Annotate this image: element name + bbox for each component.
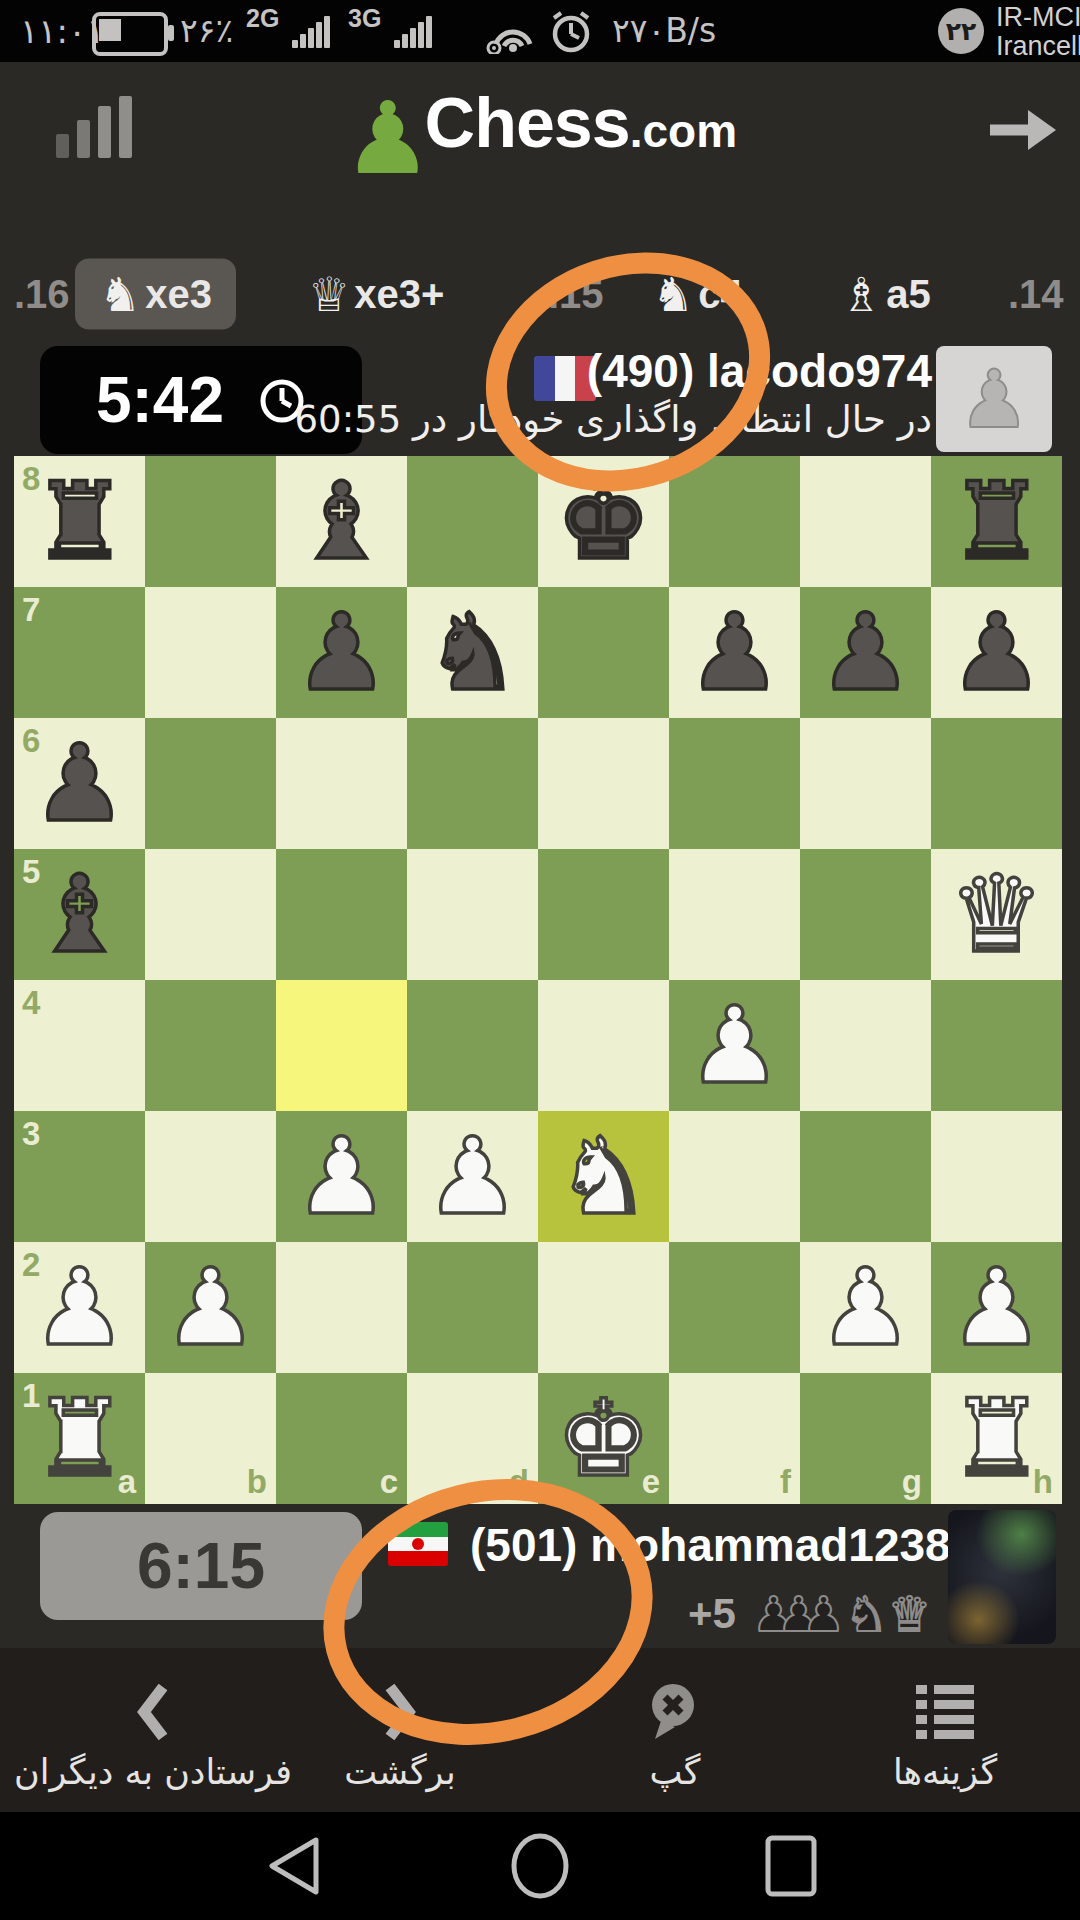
piece-glyph: ♞ [99, 267, 141, 322]
player-clock: 6:15 [40, 1512, 362, 1620]
square-h7[interactable]: ♟ [931, 587, 1062, 718]
rank-label-5: 5 [22, 853, 40, 891]
square-a1[interactable]: 1a♜ [14, 1373, 145, 1504]
square-f1[interactable]: f [669, 1373, 800, 1504]
black-bishop[interactable]: ♝ [32, 849, 127, 980]
opponent-avatar[interactable]: ♟ [936, 346, 1052, 452]
square-h8[interactable]: ♜ [931, 456, 1062, 587]
square-b7[interactable] [145, 587, 276, 718]
square-b5[interactable] [145, 849, 276, 980]
move-text: a5 [886, 272, 931, 317]
network-3g-label: 3G [348, 4, 381, 33]
bottom-nav: فرستادن به دیگران برگشت گپ [0, 1648, 1080, 1812]
signal-bars-3g-icon [394, 16, 432, 48]
rank-label-1: 1 [22, 1377, 40, 1415]
square-d8[interactable] [407, 456, 538, 587]
nav-share-button[interactable]: فرستادن به دیگران [28, 1648, 278, 1812]
material-advantage: +5 [688, 1590, 736, 1638]
nav-options-button[interactable]: گزینه‌ها [845, 1648, 1045, 1812]
square-f7[interactable]: ♟ [669, 587, 800, 718]
square-h5[interactable]: ♛ [931, 849, 1062, 980]
file-label-g: g [902, 1463, 922, 1501]
chesscom-logo: ♟Chess.com [0, 80, 1080, 197]
white-king[interactable]: ♚ [556, 1373, 651, 1504]
file-label-a: a [118, 1463, 136, 1501]
black-pawn[interactable]: ♟ [294, 587, 389, 718]
square-f2[interactable] [669, 1242, 800, 1373]
player-clock-time: 6:15 [137, 1529, 265, 1603]
logo-text: Chess [425, 84, 630, 162]
nav-chat-label: گپ [649, 1752, 700, 1792]
move-number-14: .14 [1008, 272, 1064, 317]
white-pawn[interactable]: ♟ [425, 1111, 520, 1242]
android-home-icon [514, 1836, 566, 1896]
signal-bars-2g-icon [292, 16, 330, 48]
captured-pieces: ♟♟♟♞♛ [752, 1586, 931, 1642]
square-c6[interactable] [276, 718, 407, 849]
square-e8[interactable]: ♚ [538, 456, 669, 587]
square-a6[interactable]: 6♟ [14, 718, 145, 849]
carrier-label: IR-MCI Irancell [996, 3, 1080, 61]
square-g8[interactable] [800, 456, 931, 587]
square-c7[interactable]: ♟ [276, 587, 407, 718]
forward-arrow-icon[interactable] [984, 100, 1060, 160]
notification-badge: ۲۲ [938, 8, 984, 54]
rank-label-4: 4 [22, 984, 40, 1022]
battery-icon [92, 12, 168, 56]
rank-label-6: 6 [22, 722, 40, 760]
nav-share-label: فرستادن به دیگران [14, 1752, 292, 1792]
square-e6[interactable] [538, 718, 669, 849]
move-text: xe3 [145, 272, 212, 317]
move-c4[interactable]: ♞c4 [652, 267, 743, 322]
square-c2[interactable] [276, 1242, 407, 1373]
square-h1[interactable]: h♜ [931, 1373, 1062, 1504]
file-label-e: e [642, 1463, 660, 1501]
square-h3[interactable] [931, 1111, 1062, 1242]
white-pawn[interactable]: ♟ [818, 1242, 913, 1373]
square-g4[interactable] [800, 980, 931, 1111]
square-f5[interactable] [669, 849, 800, 980]
square-c5[interactable] [276, 849, 407, 980]
opponent-name-row[interactable]: (490) lacodo974 [587, 344, 932, 398]
nav-back-label: برگشت [344, 1752, 455, 1792]
white-queen[interactable]: ♛ [949, 849, 1044, 980]
file-label-c: c [380, 1463, 398, 1501]
square-a7[interactable]: 7 [14, 587, 145, 718]
square-d6[interactable] [407, 718, 538, 849]
square-d3[interactable]: ♟ [407, 1111, 538, 1242]
square-d5[interactable] [407, 849, 538, 980]
square-b8[interactable] [145, 456, 276, 587]
square-c1[interactable]: c [276, 1373, 407, 1504]
wifi-icon [482, 8, 536, 54]
square-c8[interactable]: ♝ [276, 456, 407, 587]
square-e7[interactable] [538, 587, 669, 718]
square-g6[interactable] [800, 718, 931, 849]
move-text: c4 [698, 272, 743, 317]
square-b1[interactable]: b [145, 1373, 276, 1504]
square-c3[interactable]: ♟ [276, 1111, 407, 1242]
pawn-avatar-icon: ♟ [958, 353, 1030, 446]
player-name-row[interactable]: (501) mohammad12384 [470, 1518, 976, 1572]
black-pawn[interactable]: ♟ [687, 587, 782, 718]
file-label-d: d [509, 1463, 529, 1501]
player-avatar[interactable] [948, 1510, 1056, 1644]
white-rook[interactable]: ♜ [949, 1373, 1044, 1504]
file-label-b: b [247, 1463, 267, 1501]
white-pawn[interactable]: ♟ [32, 1242, 127, 1373]
square-f8[interactable] [669, 456, 800, 587]
square-a2[interactable]: 2♟ [14, 1242, 145, 1373]
move-list: .16♞xe3♕xe3+.15♞c4♗a5.14 [0, 248, 1080, 340]
android-recents-icon [768, 1838, 814, 1894]
captured-pieces-row: +5 ♟♟♟♞♛ [688, 1586, 931, 1642]
rank-label-7: 7 [22, 591, 40, 629]
black-rook[interactable]: ♜ [32, 456, 127, 587]
alarm-clock-icon [548, 10, 594, 54]
square-g7[interactable]: ♟ [800, 587, 931, 718]
square-e1[interactable]: e♚ [538, 1373, 669, 1504]
move-xe3+[interactable]: ♕xe3+ [308, 267, 444, 322]
player-rating: (501) [470, 1519, 577, 1571]
nav-chat-button[interactable]: گپ [575, 1648, 775, 1812]
white-pawn[interactable]: ♟ [163, 1242, 258, 1373]
move-a5[interactable]: ♗a5 [840, 267, 931, 322]
square-e2[interactable] [538, 1242, 669, 1373]
square-g5[interactable] [800, 849, 931, 980]
battery-percent: ۲۶٪ [180, 11, 233, 50]
black-bishop[interactable]: ♝ [294, 456, 389, 587]
square-a4[interactable]: 4 [14, 980, 145, 1111]
square-a5[interactable]: 5♝ [14, 849, 145, 980]
chess-board[interactable]: 8♜♝♚♜7♟♞♟♟♟6♟5♝♛4♟3♟♟♞2♟♟♟♟1a♜bcde♚fgh♜ [14, 456, 1062, 1504]
white-rook[interactable]: ♜ [32, 1373, 127, 1504]
square-d7[interactable]: ♞ [407, 587, 538, 718]
square-b2[interactable]: ♟ [145, 1242, 276, 1373]
piece-glyph: ♗ [840, 267, 882, 322]
move-number-15: .15 [548, 272, 604, 317]
opponent-clock-time: 5:42 [96, 363, 224, 437]
square-b4[interactable] [145, 980, 276, 1111]
header: ♟Chess.com [0, 62, 1080, 195]
nav-options-label: گزینه‌ها [893, 1752, 997, 1792]
logo-tld: .com [630, 105, 737, 157]
rank-label-2: 2 [22, 1246, 40, 1284]
opponent-rating: (490) [587, 345, 694, 397]
move-number-16: .16 [14, 272, 70, 317]
captured-queen: ♛ [888, 1586, 931, 1642]
square-g3[interactable] [800, 1111, 931, 1242]
white-pawn[interactable]: ♟ [294, 1111, 389, 1242]
white-knight[interactable]: ♞ [556, 1111, 651, 1242]
rank-label-8: 8 [22, 460, 40, 498]
iran-flag [388, 1522, 448, 1566]
square-d4[interactable] [407, 980, 538, 1111]
status-bar: ۱۱:۰۱ ۲۶٪ 2G 3G ۲۷۰B/s ۲۲ IR-MCI I [0, 0, 1080, 62]
black-pawn[interactable]: ♟ [32, 718, 127, 849]
black-pawn[interactable]: ♟ [949, 587, 1044, 718]
square-h6[interactable] [931, 718, 1062, 849]
square-e3[interactable]: ♞ [538, 1111, 669, 1242]
screen: ۱۱:۰۱ ۲۶٪ 2G 3G ۲۷۰B/s ۲۲ IR-MCI I [0, 0, 1080, 1920]
file-label-h: h [1033, 1463, 1053, 1501]
opponent-username: lacodo974 [707, 345, 932, 397]
square-g2[interactable]: ♟ [800, 1242, 931, 1373]
rank-label-3: 3 [22, 1115, 40, 1153]
logo-pawn-icon: ♟ [343, 80, 433, 197]
list-icon [916, 1674, 974, 1750]
chevron-left-icon [133, 1674, 173, 1750]
square-a3[interactable]: 3 [14, 1111, 145, 1242]
square-e4[interactable] [538, 980, 669, 1111]
square-a8[interactable]: 8♜ [14, 456, 145, 587]
white-pawn[interactable]: ♟ [687, 980, 782, 1111]
move-xe3[interactable]: ♞xe3 [75, 259, 236, 330]
square-f3[interactable] [669, 1111, 800, 1242]
move-text: xe3+ [354, 272, 444, 317]
square-h4[interactable] [931, 980, 1062, 1111]
chevron-right-icon [380, 1674, 420, 1750]
android-back-icon [272, 1840, 316, 1892]
square-d1[interactable]: d [407, 1373, 538, 1504]
opponent-status-text: در حال انتظار. واگذاری خودکار در 60:55 [295, 398, 932, 441]
file-label-f: f [780, 1463, 791, 1501]
square-c4[interactable] [276, 980, 407, 1111]
android-nav-bar [0, 1812, 1080, 1920]
black-pawn[interactable]: ♟ [818, 587, 913, 718]
black-rook[interactable]: ♜ [949, 456, 1044, 587]
square-b6[interactable] [145, 718, 276, 849]
square-d2[interactable] [407, 1242, 538, 1373]
network-2g-label: 2G [246, 4, 279, 33]
nav-back-button[interactable]: برگشت [300, 1648, 500, 1812]
square-g1[interactable]: g [800, 1373, 931, 1504]
square-f6[interactable] [669, 718, 800, 849]
square-b3[interactable] [145, 1111, 276, 1242]
piece-glyph: ♞ [652, 267, 694, 322]
chat-muted-icon [645, 1674, 705, 1750]
square-h2[interactable]: ♟ [931, 1242, 1062, 1373]
network-speed: ۲۷۰B/s [612, 11, 716, 50]
piece-glyph: ♕ [308, 267, 350, 322]
captured-knight: ♞ [845, 1586, 888, 1642]
player-username: mohammad12384 [590, 1519, 976, 1571]
square-e5[interactable] [538, 849, 669, 980]
white-pawn[interactable]: ♟ [949, 1242, 1044, 1373]
square-f4[interactable]: ♟ [669, 980, 800, 1111]
black-knight[interactable]: ♞ [425, 587, 520, 718]
captured-pawn: ♟ [802, 1586, 845, 1642]
black-king[interactable]: ♚ [556, 456, 651, 587]
